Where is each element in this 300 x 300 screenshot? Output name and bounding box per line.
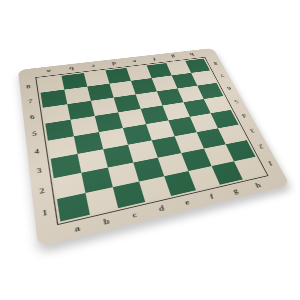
photo-canvas: abcdefgh abcdefgh 87654321 87654321	[0, 0, 300, 300]
chess-mat: abcdefgh abcdefgh 87654321 87654321	[18, 48, 290, 247]
square-a1[interactable]	[57, 193, 90, 222]
rank-label-left-1: 1	[36, 200, 54, 226]
board-frame	[35, 57, 268, 225]
file-label-bottom-h: h	[245, 178, 272, 192]
